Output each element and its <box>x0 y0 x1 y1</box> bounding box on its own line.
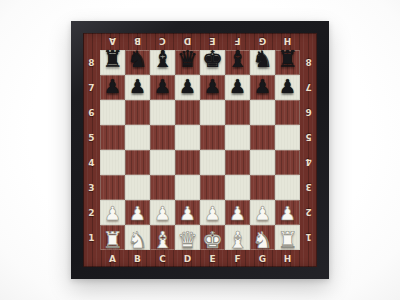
square-d4[interactable] <box>175 150 200 175</box>
piece-black-bishop-c8[interactable]: ♝ <box>152 47 173 72</box>
piece-white-knight-b1[interactable]: ♞ <box>127 228 148 253</box>
square-b7[interactable]: ♟ <box>125 75 150 100</box>
piece-white-pawn-g2[interactable]: ♟ <box>254 201 271 226</box>
square-f4[interactable] <box>225 150 250 175</box>
square-d5[interactable] <box>175 125 200 150</box>
square-a6[interactable] <box>100 100 125 125</box>
square-b4[interactable] <box>125 150 150 175</box>
rank-label-left-5: 5 <box>83 125 100 150</box>
piece-black-pawn-f7[interactable]: ♟ <box>229 74 246 99</box>
square-g8[interactable]: ♞ <box>250 50 275 75</box>
rank-label-right-1: 1 <box>300 225 317 250</box>
piece-white-king-e1[interactable]: ♚ <box>202 228 223 253</box>
square-a4[interactable] <box>100 150 125 175</box>
square-f3[interactable] <box>225 175 250 200</box>
piece-black-pawn-g7[interactable]: ♟ <box>254 74 271 99</box>
piece-white-pawn-c2[interactable]: ♟ <box>154 201 171 226</box>
square-e5[interactable] <box>200 125 225 150</box>
square-a7[interactable]: ♟ <box>100 75 125 100</box>
rank-label-left-7: 7 <box>83 75 100 100</box>
square-f2[interactable]: ♟ <box>225 200 250 225</box>
border-corner <box>300 250 317 267</box>
square-h6[interactable] <box>275 100 300 125</box>
piece-black-queen-d8[interactable]: ♛ <box>177 47 198 72</box>
square-f6[interactable] <box>225 100 250 125</box>
square-e7[interactable]: ♟ <box>200 75 225 100</box>
square-c1[interactable]: ♝ <box>150 225 175 250</box>
square-g5[interactable] <box>250 125 275 150</box>
rank-label-left-6: 6 <box>83 100 100 125</box>
piece-black-knight-b8[interactable]: ♞ <box>127 47 148 72</box>
square-b3[interactable] <box>125 175 150 200</box>
square-b5[interactable] <box>125 125 150 150</box>
square-e2[interactable]: ♟ <box>200 200 225 225</box>
piece-black-pawn-h7[interactable]: ♟ <box>279 74 296 99</box>
piece-black-pawn-e7[interactable]: ♟ <box>204 74 221 99</box>
piece-black-king-e8[interactable]: ♚ <box>202 47 223 72</box>
square-f5[interactable] <box>225 125 250 150</box>
square-c8[interactable]: ♝ <box>150 50 175 75</box>
border-corner <box>83 250 100 267</box>
square-h1[interactable]: ♜ <box>275 225 300 250</box>
piece-white-knight-g1[interactable]: ♞ <box>252 228 273 253</box>
square-e6[interactable] <box>200 100 225 125</box>
rank-label-left-4: 4 <box>83 150 100 175</box>
piece-white-pawn-f2[interactable]: ♟ <box>229 201 246 226</box>
square-h4[interactable] <box>275 150 300 175</box>
rank-label-right-7: 7 <box>300 75 317 100</box>
square-a8[interactable]: ♜ <box>100 50 125 75</box>
square-c7[interactable]: ♟ <box>150 75 175 100</box>
square-d3[interactable] <box>175 175 200 200</box>
square-f8[interactable]: ♝ <box>225 50 250 75</box>
square-g1[interactable]: ♞ <box>250 225 275 250</box>
piece-white-rook-h1[interactable]: ♜ <box>277 228 298 253</box>
rank-label-left-8: 8 <box>83 50 100 75</box>
square-g3[interactable] <box>250 175 275 200</box>
piece-white-pawn-h2[interactable]: ♟ <box>279 201 296 226</box>
square-h2[interactable]: ♟ <box>275 200 300 225</box>
rank-label-left-1: 1 <box>83 225 100 250</box>
piece-black-pawn-b7[interactable]: ♟ <box>129 74 146 99</box>
piece-white-pawn-e2[interactable]: ♟ <box>204 201 221 226</box>
piece-white-queen-d1[interactable]: ♛ <box>177 228 198 253</box>
square-c2[interactable]: ♟ <box>150 200 175 225</box>
square-h3[interactable] <box>275 175 300 200</box>
square-b6[interactable] <box>125 100 150 125</box>
square-g2[interactable]: ♟ <box>250 200 275 225</box>
rank-label-right-3: 3 <box>300 175 317 200</box>
piece-black-knight-g8[interactable]: ♞ <box>252 47 273 72</box>
piece-white-pawn-a2[interactable]: ♟ <box>104 201 121 226</box>
piece-black-bishop-f8[interactable]: ♝ <box>227 47 248 72</box>
square-g4[interactable] <box>250 150 275 175</box>
square-d7[interactable]: ♟ <box>175 75 200 100</box>
rank-label-right-8: 8 <box>300 50 317 75</box>
piece-white-pawn-d2[interactable]: ♟ <box>179 201 196 226</box>
rank-label-right-5: 5 <box>300 125 317 150</box>
piece-black-pawn-d7[interactable]: ♟ <box>179 74 196 99</box>
square-b8[interactable]: ♞ <box>125 50 150 75</box>
piece-black-rook-a8[interactable]: ♜ <box>102 47 123 72</box>
rank-label-left-2: 2 <box>83 200 100 225</box>
square-e1[interactable]: ♚ <box>200 225 225 250</box>
rank-label-right-4: 4 <box>300 150 317 175</box>
square-c3[interactable] <box>150 175 175 200</box>
piece-white-bishop-f1[interactable]: ♝ <box>227 228 248 253</box>
square-g7[interactable]: ♟ <box>250 75 275 100</box>
piece-black-rook-h8[interactable]: ♜ <box>277 47 298 72</box>
square-a3[interactable] <box>100 175 125 200</box>
piece-white-rook-a1[interactable]: ♜ <box>102 228 123 253</box>
square-b2[interactable]: ♟ <box>125 200 150 225</box>
photo-background: ABCDEFGH8♜♞♝♛♚♝♞♜87♟♟♟♟♟♟♟♟7665544332♟♟♟… <box>0 0 400 300</box>
rank-label-right-2: 2 <box>300 200 317 225</box>
square-c5[interactable] <box>150 125 175 150</box>
piece-white-pawn-b2[interactable]: ♟ <box>129 201 146 226</box>
square-d8[interactable]: ♛ <box>175 50 200 75</box>
square-a2[interactable]: ♟ <box>100 200 125 225</box>
square-d1[interactable]: ♛ <box>175 225 200 250</box>
chess-board: ABCDEFGH8♜♞♝♛♚♝♞♜87♟♟♟♟♟♟♟♟7665544332♟♟♟… <box>83 33 317 267</box>
square-b1[interactable]: ♞ <box>125 225 150 250</box>
piece-black-pawn-a7[interactable]: ♟ <box>104 74 121 99</box>
piece-black-pawn-c7[interactable]: ♟ <box>154 74 171 99</box>
rank-label-right-6: 6 <box>300 100 317 125</box>
square-e4[interactable] <box>200 150 225 175</box>
square-c6[interactable] <box>150 100 175 125</box>
square-h5[interactable] <box>275 125 300 150</box>
square-d6[interactable] <box>175 100 200 125</box>
square-h8[interactable]: ♜ <box>275 50 300 75</box>
square-d2[interactable]: ♟ <box>175 200 200 225</box>
square-e3[interactable] <box>200 175 225 200</box>
square-a5[interactable] <box>100 125 125 150</box>
border-corner <box>83 33 100 50</box>
board-frame: ABCDEFGH8♜♞♝♛♚♝♞♜87♟♟♟♟♟♟♟♟7665544332♟♟♟… <box>71 21 329 279</box>
piece-white-bishop-c1[interactable]: ♝ <box>152 228 173 253</box>
square-c4[interactable] <box>150 150 175 175</box>
border-corner <box>300 33 317 50</box>
square-g6[interactable] <box>250 100 275 125</box>
square-f7[interactable]: ♟ <box>225 75 250 100</box>
square-a1[interactable]: ♜ <box>100 225 125 250</box>
square-e8[interactable]: ♚ <box>200 50 225 75</box>
square-h7[interactable]: ♟ <box>275 75 300 100</box>
rank-label-left-3: 3 <box>83 175 100 200</box>
square-f1[interactable]: ♝ <box>225 225 250 250</box>
